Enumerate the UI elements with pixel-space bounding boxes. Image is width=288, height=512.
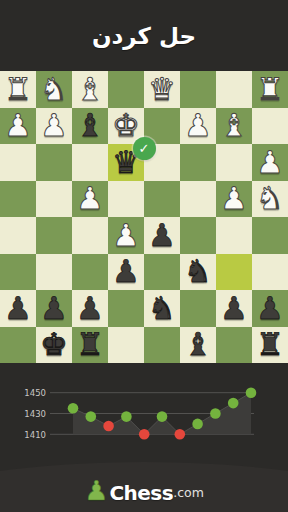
white-bishop[interactable]: ♝ bbox=[76, 74, 104, 105]
square-h5[interactable] bbox=[0, 217, 36, 254]
white-pawn[interactable]: ♟ bbox=[256, 147, 284, 178]
rating-point-loss bbox=[175, 429, 186, 440]
rating-point-win bbox=[121, 411, 132, 422]
black-pawn[interactable]: ♟ bbox=[256, 293, 284, 324]
rating-point-win bbox=[86, 411, 97, 422]
square-f5[interactable] bbox=[72, 217, 108, 254]
black-pawn[interactable]: ♟ bbox=[112, 256, 140, 287]
square-a3[interactable]: ♟ bbox=[252, 144, 288, 181]
square-h3[interactable] bbox=[0, 144, 36, 181]
square-e8[interactable] bbox=[108, 327, 144, 364]
page-title: حل کردن bbox=[92, 23, 196, 49]
square-g6[interactable] bbox=[36, 254, 72, 291]
rating-chart: 145014301410 bbox=[0, 372, 288, 450]
square-a1[interactable]: ♜ bbox=[252, 71, 288, 108]
rating-point-loss bbox=[139, 429, 150, 440]
black-bishop[interactable]: ♝ bbox=[184, 329, 212, 360]
white-pawn[interactable]: ♟ bbox=[220, 183, 248, 214]
y-axis-tick-label: 1450 bbox=[24, 388, 46, 398]
square-c5[interactable] bbox=[180, 217, 216, 254]
square-d8[interactable] bbox=[144, 327, 180, 364]
y-axis-tick-label: 1430 bbox=[24, 409, 46, 419]
square-h8[interactable] bbox=[0, 327, 36, 364]
square-c4[interactable] bbox=[180, 181, 216, 218]
logo-brand-text: Chess bbox=[109, 482, 173, 504]
square-g4[interactable] bbox=[36, 181, 72, 218]
square-c7[interactable] bbox=[180, 290, 216, 327]
square-d4[interactable] bbox=[144, 181, 180, 218]
square-d7[interactable]: ♞ bbox=[144, 290, 180, 327]
white-knight[interactable]: ♞ bbox=[256, 183, 284, 214]
square-g5[interactable] bbox=[36, 217, 72, 254]
square-f8[interactable]: ♜ bbox=[72, 327, 108, 364]
white-rook[interactable]: ♜ bbox=[4, 74, 32, 105]
square-b8[interactable] bbox=[216, 327, 252, 364]
rating-chart-svg: 145014301410 bbox=[0, 372, 288, 450]
rating-point-win bbox=[68, 403, 79, 414]
white-knight[interactable]: ♞ bbox=[40, 74, 68, 105]
square-h1[interactable]: ♜ bbox=[0, 71, 36, 108]
square-d6[interactable] bbox=[144, 254, 180, 291]
square-b7[interactable]: ♟ bbox=[216, 290, 252, 327]
white-pawn[interactable]: ♟ bbox=[40, 110, 68, 141]
black-pawn[interactable]: ♟ bbox=[4, 293, 32, 324]
square-a6[interactable] bbox=[252, 254, 288, 291]
rating-point-win bbox=[228, 398, 239, 409]
black-knight[interactable]: ♞ bbox=[148, 293, 176, 324]
black-pawn[interactable]: ♟ bbox=[76, 293, 104, 324]
y-axis-tick-label: 1410 bbox=[24, 430, 46, 440]
app-screen: حل کردن ♜♞♝♛♜♟♟♝♚♟♝♛♟♟♟♞♟♟♟♞♟♟♟♞♟♟♚♜♝♜✓ … bbox=[0, 0, 288, 512]
square-f6[interactable] bbox=[72, 254, 108, 291]
square-f2[interactable]: ♝ bbox=[72, 108, 108, 145]
rating-point-win bbox=[210, 408, 221, 419]
square-c2[interactable]: ♟ bbox=[180, 108, 216, 145]
black-rook[interactable]: ♜ bbox=[76, 329, 104, 360]
square-e6[interactable]: ♟ bbox=[108, 254, 144, 291]
square-h4[interactable] bbox=[0, 181, 36, 218]
square-b2[interactable]: ♝ bbox=[216, 108, 252, 145]
square-b3[interactable] bbox=[216, 144, 252, 181]
black-pawn[interactable]: ♟ bbox=[148, 220, 176, 251]
square-b4[interactable]: ♟ bbox=[216, 181, 252, 218]
square-a8[interactable]: ♜ bbox=[252, 327, 288, 364]
white-pawn[interactable]: ♟ bbox=[112, 220, 140, 251]
square-e7[interactable] bbox=[108, 290, 144, 327]
square-g7[interactable]: ♟ bbox=[36, 290, 72, 327]
black-bishop[interactable]: ♝ bbox=[76, 110, 104, 141]
square-e5[interactable]: ♟ bbox=[108, 217, 144, 254]
white-rook[interactable]: ♜ bbox=[256, 74, 284, 105]
black-knight[interactable]: ♞ bbox=[184, 256, 212, 287]
square-g8[interactable]: ♚ bbox=[36, 327, 72, 364]
square-f7[interactable]: ♟ bbox=[72, 290, 108, 327]
square-h7[interactable]: ♟ bbox=[0, 290, 36, 327]
logo-tld-text: .com bbox=[173, 484, 204, 504]
rating-point-win bbox=[192, 419, 203, 430]
square-g3[interactable] bbox=[36, 144, 72, 181]
square-a4[interactable]: ♞ bbox=[252, 181, 288, 218]
square-c1[interactable] bbox=[180, 71, 216, 108]
white-pawn[interactable]: ♟ bbox=[76, 183, 104, 214]
black-king[interactable]: ♚ bbox=[40, 329, 68, 360]
square-b1[interactable] bbox=[216, 71, 252, 108]
square-b6[interactable] bbox=[216, 254, 252, 291]
white-pawn[interactable]: ♟ bbox=[184, 110, 212, 141]
square-d5[interactable]: ♟ bbox=[144, 217, 180, 254]
rating-point-loss bbox=[103, 421, 114, 432]
square-f1[interactable]: ♝ bbox=[72, 71, 108, 108]
white-bishop[interactable]: ♝ bbox=[220, 110, 248, 141]
pawn-icon: ♟ bbox=[84, 478, 108, 504]
white-king[interactable]: ♚ bbox=[112, 110, 140, 141]
white-pawn[interactable]: ♟ bbox=[4, 110, 32, 141]
chesscom-logo: ♟Chess.com bbox=[0, 472, 288, 504]
title-bar: حل کردن bbox=[0, 0, 288, 71]
square-a5[interactable] bbox=[252, 217, 288, 254]
black-pawn[interactable]: ♟ bbox=[40, 293, 68, 324]
square-f4[interactable]: ♟ bbox=[72, 181, 108, 218]
square-c8[interactable]: ♝ bbox=[180, 327, 216, 364]
square-g2[interactable]: ♟ bbox=[36, 108, 72, 145]
square-g1[interactable]: ♞ bbox=[36, 71, 72, 108]
square-d1[interactable]: ♛ bbox=[144, 71, 180, 108]
square-h2[interactable]: ♟ bbox=[0, 108, 36, 145]
white-queen[interactable]: ♛ bbox=[148, 74, 176, 105]
square-f3[interactable] bbox=[72, 144, 108, 181]
correct-move-check-icon: ✓ bbox=[133, 137, 156, 160]
square-a2[interactable] bbox=[252, 108, 288, 145]
chess-board: ♜♞♝♛♜♟♟♝♚♟♝♛♟♟♟♞♟♟♟♞♟♟♟♞♟♟♚♜♝♜✓ bbox=[0, 71, 288, 363]
square-e1[interactable] bbox=[108, 71, 144, 108]
rating-point-win bbox=[157, 411, 168, 422]
square-h6[interactable] bbox=[0, 254, 36, 291]
black-pawn[interactable]: ♟ bbox=[220, 293, 248, 324]
square-c3[interactable] bbox=[180, 144, 216, 181]
black-rook[interactable]: ♜ bbox=[256, 329, 284, 360]
rating-point-win bbox=[246, 387, 257, 398]
square-a7[interactable]: ♟ bbox=[252, 290, 288, 327]
square-b5[interactable] bbox=[216, 217, 252, 254]
square-e4[interactable] bbox=[108, 181, 144, 218]
square-c6[interactable]: ♞ bbox=[180, 254, 216, 291]
